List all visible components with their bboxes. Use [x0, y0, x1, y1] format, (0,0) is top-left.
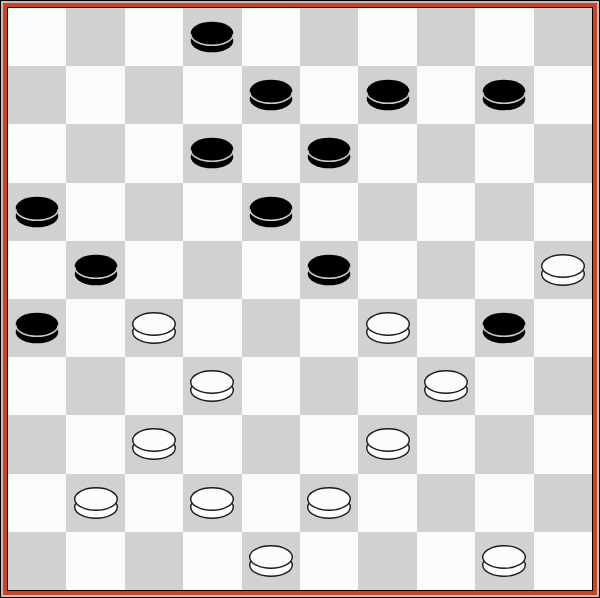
square-light-r0c0	[8, 8, 66, 66]
square-17[interactable]	[125, 183, 183, 241]
square-50[interactable]	[475, 532, 533, 590]
square-37[interactable]	[125, 415, 183, 473]
square-light-r9c9	[534, 532, 592, 590]
square-light-r1c9	[534, 66, 592, 124]
square-light-r6c8	[475, 357, 533, 415]
square-36[interactable]	[8, 415, 66, 473]
square-9[interactable]	[358, 66, 416, 124]
square-14[interactable]	[417, 124, 475, 182]
square-2[interactable]	[183, 8, 241, 66]
square-light-r2c6	[358, 124, 416, 182]
square-light-r6c4	[242, 357, 300, 415]
square-7[interactable]	[125, 66, 183, 124]
square-light-r5c5	[300, 299, 358, 357]
square-light-r0c2	[125, 8, 183, 66]
square-light-r1c1	[66, 66, 124, 124]
square-6[interactable]	[8, 66, 66, 124]
square-light-r3c7	[417, 183, 475, 241]
black-piece[interactable]	[189, 136, 235, 170]
square-light-r9c1	[66, 532, 124, 590]
black-piece[interactable]	[14, 195, 60, 229]
square-32[interactable]	[183, 357, 241, 415]
black-piece[interactable]	[248, 78, 294, 112]
square-light-r0c8	[475, 8, 533, 66]
square-44[interactable]	[417, 474, 475, 532]
square-28[interactable]	[242, 299, 300, 357]
square-light-r7c7	[417, 415, 475, 473]
square-light-r7c5	[300, 415, 358, 473]
board-frame-outer	[0, 0, 600, 598]
square-light-r8c8	[475, 474, 533, 532]
square-5[interactable]	[534, 8, 592, 66]
square-23[interactable]	[300, 241, 358, 299]
black-piece[interactable]	[73, 253, 119, 287]
square-light-r7c3	[183, 415, 241, 473]
square-light-r9c3	[183, 532, 241, 590]
square-light-r6c0	[8, 357, 66, 415]
board-frame-inner-line	[7, 7, 593, 591]
square-light-r4c4	[242, 241, 300, 299]
black-piece[interactable]	[365, 78, 411, 112]
square-light-r9c7	[417, 532, 475, 590]
square-light-r6c6	[358, 357, 416, 415]
square-12[interactable]	[183, 124, 241, 182]
square-43[interactable]	[300, 474, 358, 532]
square-light-r1c3	[183, 66, 241, 124]
white-piece[interactable]	[481, 544, 527, 578]
square-light-r3c3	[183, 183, 241, 241]
square-26[interactable]	[8, 299, 66, 357]
square-light-r4c0	[8, 241, 66, 299]
square-45[interactable]	[534, 474, 592, 532]
square-21[interactable]	[66, 241, 124, 299]
square-30[interactable]	[475, 299, 533, 357]
square-4[interactable]	[417, 8, 475, 66]
white-piece[interactable]	[73, 486, 119, 520]
square-light-r8c0	[8, 474, 66, 532]
square-42[interactable]	[183, 474, 241, 532]
square-light-r7c9	[534, 415, 592, 473]
square-29[interactable]	[358, 299, 416, 357]
square-light-r8c2	[125, 474, 183, 532]
square-39[interactable]	[358, 415, 416, 473]
square-49[interactable]	[358, 532, 416, 590]
square-11[interactable]	[66, 124, 124, 182]
square-light-r5c7	[417, 299, 475, 357]
square-47[interactable]	[125, 532, 183, 590]
black-piece[interactable]	[481, 78, 527, 112]
white-piece[interactable]	[248, 544, 294, 578]
square-31[interactable]	[66, 357, 124, 415]
square-25[interactable]	[534, 241, 592, 299]
black-piece[interactable]	[306, 136, 352, 170]
square-46[interactable]	[8, 532, 66, 590]
square-18[interactable]	[242, 183, 300, 241]
square-light-r4c2	[125, 241, 183, 299]
board-frame-red	[3, 3, 597, 595]
white-piece[interactable]	[540, 253, 586, 287]
square-light-r3c1	[66, 183, 124, 241]
square-light-r6c2	[125, 357, 183, 415]
square-light-r0c4	[242, 8, 300, 66]
square-light-r5c9	[534, 299, 592, 357]
square-3[interactable]	[300, 8, 358, 66]
white-piece[interactable]	[365, 311, 411, 345]
square-20[interactable]	[475, 183, 533, 241]
square-light-r4c8	[475, 241, 533, 299]
square-1[interactable]	[66, 8, 124, 66]
white-piece[interactable]	[131, 311, 177, 345]
black-piece[interactable]	[14, 311, 60, 345]
square-light-r5c3	[183, 299, 241, 357]
white-piece[interactable]	[131, 427, 177, 461]
square-light-r9c5	[300, 532, 358, 590]
square-light-r2c8	[475, 124, 533, 182]
white-piece[interactable]	[189, 486, 235, 520]
square-48[interactable]	[242, 532, 300, 590]
black-piece[interactable]	[189, 20, 235, 54]
square-41[interactable]	[66, 474, 124, 532]
square-light-r3c9	[534, 183, 592, 241]
square-light-r2c4	[242, 124, 300, 182]
square-light-r1c5	[300, 66, 358, 124]
white-piece[interactable]	[306, 486, 352, 520]
square-light-r7c1	[66, 415, 124, 473]
square-10[interactable]	[475, 66, 533, 124]
square-light-r5c1	[66, 299, 124, 357]
square-light-r8c6	[358, 474, 416, 532]
square-light-r8c4	[242, 474, 300, 532]
square-light-r0c6	[358, 8, 416, 66]
square-33[interactable]	[300, 357, 358, 415]
white-piece[interactable]	[423, 369, 469, 403]
black-piece[interactable]	[248, 195, 294, 229]
square-27[interactable]	[125, 299, 183, 357]
board-grid	[8, 8, 592, 590]
square-16[interactable]	[8, 183, 66, 241]
square-40[interactable]	[475, 415, 533, 473]
white-piece[interactable]	[189, 369, 235, 403]
square-light-r1c7	[417, 66, 475, 124]
square-light-r3c5	[300, 183, 358, 241]
square-8[interactable]	[242, 66, 300, 124]
square-22[interactable]	[183, 241, 241, 299]
square-light-r2c0	[8, 124, 66, 182]
square-15[interactable]	[534, 124, 592, 182]
square-34[interactable]	[417, 357, 475, 415]
square-19[interactable]	[358, 183, 416, 241]
square-38[interactable]	[242, 415, 300, 473]
square-light-r4c6	[358, 241, 416, 299]
black-piece[interactable]	[306, 253, 352, 287]
square-light-r2c2	[125, 124, 183, 182]
square-35[interactable]	[534, 357, 592, 415]
black-piece[interactable]	[481, 311, 527, 345]
square-13[interactable]	[300, 124, 358, 182]
white-piece[interactable]	[365, 427, 411, 461]
square-24[interactable]	[417, 241, 475, 299]
